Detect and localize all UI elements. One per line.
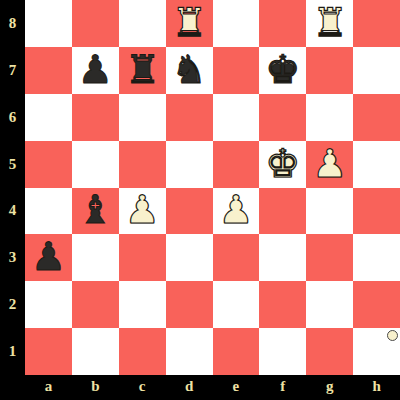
square-h7[interactable] [353,47,400,94]
square-a5[interactable] [25,141,72,188]
white-rook[interactable]: ♜ [312,3,347,42]
rank-label-8: 8 [0,0,25,47]
square-c1[interactable] [119,328,166,375]
square-b4[interactable]: ♝ [72,188,119,235]
square-g4[interactable] [306,188,353,235]
square-a4[interactable] [25,188,72,235]
rank-label-5: 5 [0,141,25,188]
square-e5[interactable] [213,141,260,188]
square-h4[interactable] [353,188,400,235]
file-label-e: e [213,375,260,400]
square-f4[interactable] [259,188,306,235]
rank-label-2: 2 [0,281,25,328]
file-label-c: c [119,375,166,400]
file-label-g: g [306,375,353,400]
square-d4[interactable] [166,188,213,235]
square-f6[interactable] [259,94,306,141]
square-h5[interactable] [353,141,400,188]
square-d1[interactable] [166,328,213,375]
rank-label-4: 4 [0,188,25,235]
rank-labels: 87654321 [0,0,25,375]
rank-label-1: 1 [0,328,25,375]
square-b8[interactable] [72,0,119,47]
square-b5[interactable] [72,141,119,188]
square-d8[interactable]: ♜ [166,0,213,47]
square-e2[interactable] [213,281,260,328]
black-pawn[interactable]: ♟ [78,50,113,89]
file-label-f: f [259,375,306,400]
square-e6[interactable] [213,94,260,141]
white-rook[interactable]: ♜ [172,3,207,42]
file-label-d: d [166,375,213,400]
square-b1[interactable] [72,328,119,375]
square-f5[interactable]: ♚ [259,141,306,188]
black-pawn[interactable]: ♟ [31,237,66,276]
square-b7[interactable]: ♟ [72,47,119,94]
black-rook[interactable]: ♜ [125,50,160,89]
square-b2[interactable] [72,281,119,328]
square-c4[interactable]: ♟ [119,188,166,235]
square-c7[interactable]: ♜ [119,47,166,94]
square-g1[interactable] [306,328,353,375]
square-f8[interactable] [259,0,306,47]
square-c3[interactable] [119,234,166,281]
black-king[interactable]: ♚ [265,50,300,89]
square-f1[interactable] [259,328,306,375]
square-g6[interactable] [306,94,353,141]
square-e1[interactable] [213,328,260,375]
white-pawn[interactable]: ♟ [312,144,347,183]
black-knight[interactable]: ♞ [172,50,207,89]
square-d7[interactable]: ♞ [166,47,213,94]
square-c8[interactable] [119,0,166,47]
square-e8[interactable] [213,0,260,47]
square-h2[interactable] [353,281,400,328]
file-label-b: b [72,375,119,400]
square-b6[interactable] [72,94,119,141]
white-king[interactable]: ♚ [265,144,300,183]
rank-label-3: 3 [0,234,25,281]
square-a6[interactable] [25,94,72,141]
square-f7[interactable]: ♚ [259,47,306,94]
square-f2[interactable] [259,281,306,328]
square-b3[interactable] [72,234,119,281]
square-g5[interactable]: ♟ [306,141,353,188]
rank-label-7: 7 [0,47,25,94]
square-c2[interactable] [119,281,166,328]
chess-board: ♜♜♟♜♞♚♚♟♝♟♟♟ [25,0,400,375]
square-g7[interactable] [306,47,353,94]
square-g2[interactable] [306,281,353,328]
square-a7[interactable] [25,47,72,94]
file-label-a: a [25,375,72,400]
square-h3[interactable] [353,234,400,281]
square-c6[interactable] [119,94,166,141]
square-h8[interactable] [353,0,400,47]
square-d3[interactable] [166,234,213,281]
square-e4[interactable]: ♟ [213,188,260,235]
white-pawn[interactable]: ♟ [218,190,253,229]
file-labels: abcdefgh [25,375,400,400]
square-g8[interactable]: ♜ [306,0,353,47]
square-h6[interactable] [353,94,400,141]
rank-label-6: 6 [0,94,25,141]
square-d2[interactable] [166,281,213,328]
file-label-h: h [353,375,400,400]
square-e7[interactable] [213,47,260,94]
black-bishop[interactable]: ♝ [78,190,113,229]
square-f3[interactable] [259,234,306,281]
square-g3[interactable] [306,234,353,281]
square-a2[interactable] [25,281,72,328]
square-e3[interactable] [213,234,260,281]
square-c5[interactable] [119,141,166,188]
square-a8[interactable] [25,0,72,47]
square-a1[interactable] [25,328,72,375]
square-d6[interactable] [166,94,213,141]
chess-diagram: ♜♜♟♜♞♚♚♟♝♟♟♟ 87654321 abcdefgh [0,0,400,400]
white-to-move-indicator [387,330,398,341]
white-pawn[interactable]: ♟ [125,190,160,229]
square-a3[interactable]: ♟ [25,234,72,281]
square-d5[interactable] [166,141,213,188]
